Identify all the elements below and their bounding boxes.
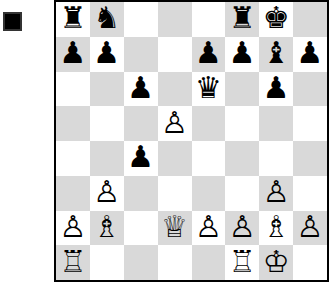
square-h2[interactable]: ♙ <box>293 211 327 246</box>
piece-black-queen: ♛ <box>195 73 222 103</box>
square-f6[interactable] <box>225 72 259 107</box>
square-f7[interactable]: ♟ <box>225 37 259 72</box>
piece-black-pawn: ♟ <box>127 73 154 103</box>
square-c8[interactable] <box>124 2 158 37</box>
square-a3[interactable] <box>56 176 90 211</box>
square-b7[interactable]: ♟ <box>90 37 124 72</box>
square-a8[interactable]: ♜ <box>56 2 90 37</box>
piece-white-pawn: ♙ <box>161 108 188 138</box>
side-to-move-indicator <box>3 12 22 31</box>
square-a5[interactable] <box>56 106 90 141</box>
chess-board: ♜♞♜♚♟♟♟♟♝♟♟♛♟♙♟♙♙♙♗♕♙♙♗♙♖♖♔ <box>54 0 329 282</box>
square-c1[interactable] <box>124 245 158 280</box>
square-d4[interactable] <box>158 141 192 176</box>
square-b2[interactable]: ♗ <box>90 211 124 246</box>
square-f5[interactable] <box>225 106 259 141</box>
piece-black-bishop: ♝ <box>263 38 290 68</box>
square-g6[interactable]: ♟ <box>259 72 293 107</box>
square-b6[interactable] <box>90 72 124 107</box>
square-h1[interactable] <box>293 245 327 280</box>
square-d7[interactable] <box>158 37 192 72</box>
piece-black-knight: ♞ <box>93 3 120 33</box>
square-h8[interactable] <box>293 2 327 37</box>
piece-black-rook: ♜ <box>229 3 256 33</box>
piece-white-bishop: ♗ <box>93 212 120 242</box>
square-e1[interactable] <box>192 245 226 280</box>
square-c6[interactable]: ♟ <box>124 72 158 107</box>
piece-black-pawn: ♟ <box>93 38 120 68</box>
square-g4[interactable] <box>259 141 293 176</box>
piece-black-pawn: ♟ <box>297 38 324 68</box>
square-b8[interactable]: ♞ <box>90 2 124 37</box>
square-e5[interactable] <box>192 106 226 141</box>
piece-black-pawn: ♟ <box>263 73 290 103</box>
square-e3[interactable] <box>192 176 226 211</box>
square-d5[interactable]: ♙ <box>158 106 192 141</box>
piece-white-pawn: ♙ <box>93 177 120 207</box>
piece-white-rook: ♖ <box>59 247 86 277</box>
piece-black-pawn: ♟ <box>195 38 222 68</box>
square-g2[interactable]: ♗ <box>259 211 293 246</box>
piece-white-pawn: ♙ <box>263 177 290 207</box>
square-h5[interactable] <box>293 106 327 141</box>
square-g3[interactable]: ♙ <box>259 176 293 211</box>
square-d1[interactable] <box>158 245 192 280</box>
square-a4[interactable] <box>56 141 90 176</box>
square-f8[interactable]: ♜ <box>225 2 259 37</box>
square-e7[interactable]: ♟ <box>192 37 226 72</box>
square-e2[interactable]: ♙ <box>192 211 226 246</box>
square-c5[interactable] <box>124 106 158 141</box>
square-a6[interactable] <box>56 72 90 107</box>
piece-white-pawn: ♙ <box>59 212 86 242</box>
square-a1[interactable]: ♖ <box>56 245 90 280</box>
square-f1[interactable]: ♖ <box>225 245 259 280</box>
square-g8[interactable]: ♚ <box>259 2 293 37</box>
square-g5[interactable] <box>259 106 293 141</box>
square-a2[interactable]: ♙ <box>56 211 90 246</box>
square-b4[interactable] <box>90 141 124 176</box>
square-e6[interactable]: ♛ <box>192 72 226 107</box>
square-b3[interactable]: ♙ <box>90 176 124 211</box>
piece-white-pawn: ♙ <box>297 212 324 242</box>
square-e4[interactable] <box>192 141 226 176</box>
square-f3[interactable] <box>225 176 259 211</box>
piece-white-pawn: ♙ <box>229 212 256 242</box>
square-h6[interactable] <box>293 72 327 107</box>
square-b5[interactable] <box>90 106 124 141</box>
square-h4[interactable] <box>293 141 327 176</box>
square-h3[interactable] <box>293 176 327 211</box>
piece-black-rook: ♜ <box>59 3 86 33</box>
square-c4[interactable]: ♟ <box>124 141 158 176</box>
square-c7[interactable] <box>124 37 158 72</box>
square-b1[interactable] <box>90 245 124 280</box>
piece-white-queen: ♕ <box>161 212 188 242</box>
piece-black-pawn: ♟ <box>127 142 154 172</box>
piece-white-king: ♔ <box>263 247 290 277</box>
square-d3[interactable] <box>158 176 192 211</box>
piece-black-pawn: ♟ <box>59 38 86 68</box>
square-f4[interactable] <box>225 141 259 176</box>
square-a7[interactable]: ♟ <box>56 37 90 72</box>
square-c3[interactable] <box>124 176 158 211</box>
piece-white-rook: ♖ <box>229 247 256 277</box>
square-c2[interactable] <box>124 211 158 246</box>
piece-white-bishop: ♗ <box>263 212 290 242</box>
piece-black-king: ♚ <box>263 3 290 33</box>
square-h7[interactable]: ♟ <box>293 37 327 72</box>
square-d6[interactable] <box>158 72 192 107</box>
square-g7[interactable]: ♝ <box>259 37 293 72</box>
square-d2[interactable]: ♕ <box>158 211 192 246</box>
square-g1[interactable]: ♔ <box>259 245 293 280</box>
piece-white-pawn: ♙ <box>195 212 222 242</box>
piece-black-pawn: ♟ <box>229 38 256 68</box>
square-f2[interactable]: ♙ <box>225 211 259 246</box>
square-d8[interactable] <box>158 2 192 37</box>
square-e8[interactable] <box>192 2 226 37</box>
